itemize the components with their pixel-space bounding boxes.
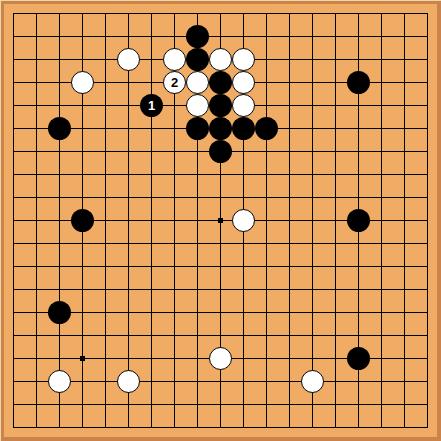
- board-intersection[interactable]: [416, 370, 439, 393]
- board-intersection[interactable]: [232, 347, 255, 370]
- board-intersection[interactable]: [393, 301, 416, 324]
- board-intersection[interactable]: [25, 393, 48, 416]
- board-intersection[interactable]: [393, 416, 416, 439]
- board-intersection[interactable]: [255, 347, 278, 370]
- board-intersection[interactable]: [416, 2, 439, 25]
- board-intersection[interactable]: [416, 301, 439, 324]
- board-intersection[interactable]: [25, 278, 48, 301]
- board-intersection[interactable]: [347, 255, 370, 278]
- board-intersection[interactable]: [25, 232, 48, 255]
- board-intersection[interactable]: [186, 370, 209, 393]
- board-intersection[interactable]: [2, 163, 25, 186]
- board-intersection[interactable]: [71, 48, 94, 71]
- board-intersection[interactable]: [416, 209, 439, 232]
- board-intersection[interactable]: [94, 324, 117, 347]
- board-intersection[interactable]: [2, 117, 25, 140]
- board-intersection[interactable]: [255, 209, 278, 232]
- board-intersection[interactable]: [416, 25, 439, 48]
- board-intersection[interactable]: [347, 416, 370, 439]
- board-intersection[interactable]: [393, 209, 416, 232]
- board-intersection[interactable]: [301, 416, 324, 439]
- board-intersection[interactable]: [25, 48, 48, 71]
- board-intersection[interactable]: [2, 370, 25, 393]
- board-intersection[interactable]: [301, 117, 324, 140]
- board-intersection[interactable]: [278, 117, 301, 140]
- board-intersection[interactable]: [416, 163, 439, 186]
- board-intersection[interactable]: [278, 48, 301, 71]
- board-intersection[interactable]: [278, 370, 301, 393]
- board-intersection[interactable]: [117, 370, 140, 393]
- board-intersection[interactable]: [117, 140, 140, 163]
- board-intersection[interactable]: [71, 94, 94, 117]
- board-intersection[interactable]: [117, 71, 140, 94]
- board-intersection[interactable]: [324, 255, 347, 278]
- board-intersection[interactable]: [163, 94, 186, 117]
- board-intersection[interactable]: [393, 186, 416, 209]
- board-intersection[interactable]: [2, 324, 25, 347]
- board-intersection[interactable]: [25, 117, 48, 140]
- board-intersection[interactable]: [232, 232, 255, 255]
- board-intersection[interactable]: 2: [163, 71, 186, 94]
- board-intersection[interactable]: [94, 94, 117, 117]
- board-intersection[interactable]: [347, 94, 370, 117]
- board-intersection[interactable]: [140, 255, 163, 278]
- board-intersection[interactable]: [209, 71, 232, 94]
- board-intersection[interactable]: [393, 94, 416, 117]
- board-intersection[interactable]: [48, 94, 71, 117]
- board-intersection[interactable]: [186, 255, 209, 278]
- board-intersection[interactable]: [163, 209, 186, 232]
- board-intersection[interactable]: [209, 255, 232, 278]
- board-intersection[interactable]: [163, 2, 186, 25]
- board-intersection[interactable]: [48, 71, 71, 94]
- board-intersection[interactable]: [71, 278, 94, 301]
- board-intersection[interactable]: [301, 2, 324, 25]
- board-intersection[interactable]: [163, 48, 186, 71]
- board-intersection[interactable]: [186, 25, 209, 48]
- board-intersection[interactable]: [301, 255, 324, 278]
- board-intersection[interactable]: [117, 163, 140, 186]
- board-intersection[interactable]: [163, 186, 186, 209]
- board-intersection[interactable]: [25, 163, 48, 186]
- board-intersection[interactable]: [48, 301, 71, 324]
- board-intersection[interactable]: [163, 140, 186, 163]
- board-intersection[interactable]: [393, 393, 416, 416]
- board-intersection[interactable]: [278, 209, 301, 232]
- board-intersection[interactable]: [278, 347, 301, 370]
- board-intersection[interactable]: [71, 186, 94, 209]
- board-intersection[interactable]: [25, 347, 48, 370]
- board-intersection[interactable]: [186, 140, 209, 163]
- board-intersection[interactable]: [232, 48, 255, 71]
- board-intersection[interactable]: [2, 255, 25, 278]
- board-intersection[interactable]: [186, 278, 209, 301]
- board-intersection[interactable]: [25, 186, 48, 209]
- board-intersection[interactable]: [186, 301, 209, 324]
- board-intersection[interactable]: [347, 209, 370, 232]
- board-intersection[interactable]: [370, 25, 393, 48]
- board-intersection[interactable]: [117, 25, 140, 48]
- board-intersection[interactable]: [163, 278, 186, 301]
- board-intersection[interactable]: [416, 186, 439, 209]
- board-intersection[interactable]: [117, 94, 140, 117]
- board-intersection[interactable]: [255, 163, 278, 186]
- board-intersection[interactable]: [278, 71, 301, 94]
- board-intersection[interactable]: [2, 94, 25, 117]
- board-intersection[interactable]: [25, 2, 48, 25]
- board-intersection[interactable]: [278, 94, 301, 117]
- board-intersection[interactable]: [347, 71, 370, 94]
- board-intersection[interactable]: [48, 48, 71, 71]
- board-intersection[interactable]: [416, 393, 439, 416]
- board-intersection[interactable]: [255, 278, 278, 301]
- board-intersection[interactable]: [255, 94, 278, 117]
- board-intersection[interactable]: [324, 25, 347, 48]
- board-intersection[interactable]: [393, 347, 416, 370]
- board-intersection[interactable]: [94, 117, 117, 140]
- board-intersection[interactable]: [140, 347, 163, 370]
- board-intersection[interactable]: [48, 186, 71, 209]
- board-intersection[interactable]: [71, 370, 94, 393]
- board-intersection[interactable]: [140, 140, 163, 163]
- board-intersection[interactable]: [163, 370, 186, 393]
- board-intersection[interactable]: [278, 163, 301, 186]
- board-intersection[interactable]: [48, 416, 71, 439]
- board-intersection[interactable]: [324, 347, 347, 370]
- board-intersection[interactable]: [117, 416, 140, 439]
- board-intersection[interactable]: [301, 232, 324, 255]
- board-intersection[interactable]: [324, 140, 347, 163]
- board-intersection[interactable]: [301, 324, 324, 347]
- board-intersection[interactable]: [370, 209, 393, 232]
- board-intersection[interactable]: [117, 301, 140, 324]
- board-intersection[interactable]: [255, 71, 278, 94]
- board-intersection[interactable]: [94, 416, 117, 439]
- board-intersection[interactable]: [301, 25, 324, 48]
- board-intersection[interactable]: [255, 370, 278, 393]
- board-intersection[interactable]: [140, 416, 163, 439]
- board-intersection[interactable]: [416, 48, 439, 71]
- board-intersection[interactable]: [416, 94, 439, 117]
- board-intersection[interactable]: [393, 25, 416, 48]
- board-intersection[interactable]: [324, 71, 347, 94]
- board-intersection[interactable]: [347, 117, 370, 140]
- board-intersection[interactable]: [117, 278, 140, 301]
- board-intersection[interactable]: [232, 209, 255, 232]
- board-intersection[interactable]: [163, 347, 186, 370]
- board-intersection[interactable]: [324, 370, 347, 393]
- board-intersection[interactable]: [48, 140, 71, 163]
- board-intersection[interactable]: [255, 140, 278, 163]
- board-intersection[interactable]: [209, 370, 232, 393]
- board-intersection[interactable]: [25, 209, 48, 232]
- board-intersection[interactable]: [370, 301, 393, 324]
- board-intersection[interactable]: [301, 186, 324, 209]
- board-intersection[interactable]: [347, 324, 370, 347]
- board-intersection[interactable]: [2, 393, 25, 416]
- board-intersection[interactable]: [186, 117, 209, 140]
- board-intersection[interactable]: [347, 2, 370, 25]
- board-intersection[interactable]: [48, 232, 71, 255]
- board-intersection[interactable]: [94, 347, 117, 370]
- board-intersection[interactable]: [393, 163, 416, 186]
- board-intersection[interactable]: [278, 140, 301, 163]
- board-intersection[interactable]: [209, 25, 232, 48]
- board-intersection[interactable]: [347, 48, 370, 71]
- board-intersection[interactable]: [25, 255, 48, 278]
- board-intersection[interactable]: [186, 71, 209, 94]
- board-intersection[interactable]: [393, 2, 416, 25]
- board-intersection[interactable]: [48, 370, 71, 393]
- board-intersection[interactable]: [416, 278, 439, 301]
- board-intersection[interactable]: [48, 163, 71, 186]
- board-intersection[interactable]: [232, 2, 255, 25]
- board-intersection[interactable]: [370, 2, 393, 25]
- board-intersection[interactable]: [71, 416, 94, 439]
- board-intersection[interactable]: [393, 370, 416, 393]
- board-intersection[interactable]: [324, 209, 347, 232]
- board-intersection[interactable]: [255, 324, 278, 347]
- board-intersection[interactable]: [140, 370, 163, 393]
- board-intersection[interactable]: [347, 232, 370, 255]
- board-intersection[interactable]: [393, 140, 416, 163]
- board-intersection[interactable]: [117, 2, 140, 25]
- board-intersection[interactable]: [94, 278, 117, 301]
- board-intersection[interactable]: [209, 393, 232, 416]
- board-intersection[interactable]: [140, 232, 163, 255]
- board-intersection[interactable]: [255, 232, 278, 255]
- board-intersection[interactable]: [393, 232, 416, 255]
- board-intersection[interactable]: [416, 416, 439, 439]
- board-intersection[interactable]: [140, 278, 163, 301]
- board-intersection[interactable]: [232, 163, 255, 186]
- board-intersection[interactable]: [278, 416, 301, 439]
- board-intersection[interactable]: [25, 25, 48, 48]
- board-intersection[interactable]: [301, 209, 324, 232]
- board-intersection[interactable]: [278, 186, 301, 209]
- board-intersection[interactable]: [255, 301, 278, 324]
- board-intersection[interactable]: [209, 416, 232, 439]
- board-intersection[interactable]: [163, 301, 186, 324]
- board-intersection[interactable]: [209, 324, 232, 347]
- board-intersection[interactable]: [71, 2, 94, 25]
- board-intersection[interactable]: [255, 2, 278, 25]
- board-intersection[interactable]: [301, 278, 324, 301]
- board-intersection[interactable]: [324, 117, 347, 140]
- board-intersection[interactable]: [232, 255, 255, 278]
- board-intersection[interactable]: [209, 48, 232, 71]
- board-intersection[interactable]: [140, 393, 163, 416]
- board-intersection[interactable]: [255, 48, 278, 71]
- board-intersection[interactable]: [2, 48, 25, 71]
- board-intersection[interactable]: [186, 2, 209, 25]
- board-intersection[interactable]: [370, 71, 393, 94]
- board-intersection[interactable]: [48, 209, 71, 232]
- board-intersection[interactable]: [163, 416, 186, 439]
- board-intersection[interactable]: [71, 163, 94, 186]
- board-intersection[interactable]: [163, 25, 186, 48]
- board-intersection[interactable]: [71, 71, 94, 94]
- board-intersection[interactable]: [71, 255, 94, 278]
- board-intersection[interactable]: [186, 393, 209, 416]
- board-intersection[interactable]: [48, 324, 71, 347]
- board-intersection[interactable]: [301, 370, 324, 393]
- board-intersection[interactable]: [393, 71, 416, 94]
- board-intersection[interactable]: [370, 117, 393, 140]
- board-intersection[interactable]: [324, 232, 347, 255]
- board-intersection[interactable]: [71, 324, 94, 347]
- board-intersection[interactable]: [416, 140, 439, 163]
- board-intersection[interactable]: [140, 71, 163, 94]
- board-intersection[interactable]: [117, 186, 140, 209]
- board-intersection[interactable]: [94, 140, 117, 163]
- board-intersection[interactable]: [140, 324, 163, 347]
- board-intersection[interactable]: [117, 255, 140, 278]
- board-intersection[interactable]: [186, 209, 209, 232]
- board-intersection[interactable]: [347, 186, 370, 209]
- board-intersection[interactable]: [301, 71, 324, 94]
- board-intersection[interactable]: [209, 209, 232, 232]
- board-intersection[interactable]: [25, 140, 48, 163]
- board-intersection[interactable]: [347, 25, 370, 48]
- board-intersection[interactable]: [416, 117, 439, 140]
- board-intersection[interactable]: [209, 140, 232, 163]
- board-intersection[interactable]: [255, 117, 278, 140]
- board-intersection[interactable]: [301, 140, 324, 163]
- board-intersection[interactable]: [278, 2, 301, 25]
- board-intersection[interactable]: [186, 324, 209, 347]
- board-intersection[interactable]: [25, 370, 48, 393]
- board-intersection[interactable]: [71, 25, 94, 48]
- board-intersection[interactable]: [140, 209, 163, 232]
- board-intersection[interactable]: [140, 117, 163, 140]
- board-intersection[interactable]: [48, 278, 71, 301]
- board-intersection[interactable]: [232, 71, 255, 94]
- board-intersection[interactable]: [140, 163, 163, 186]
- board-intersection[interactable]: [209, 301, 232, 324]
- board-intersection[interactable]: [48, 2, 71, 25]
- board-intersection[interactable]: [232, 278, 255, 301]
- board-intersection[interactable]: [163, 163, 186, 186]
- board-intersection[interactable]: [232, 117, 255, 140]
- board-intersection[interactable]: [140, 301, 163, 324]
- board-intersection[interactable]: [163, 117, 186, 140]
- board-intersection[interactable]: [209, 2, 232, 25]
- board-intersection[interactable]: [370, 186, 393, 209]
- board-intersection[interactable]: [255, 393, 278, 416]
- board-intersection[interactable]: [71, 301, 94, 324]
- board-intersection[interactable]: [94, 163, 117, 186]
- board-intersection[interactable]: [25, 94, 48, 117]
- board-intersection[interactable]: [393, 278, 416, 301]
- board-intersection[interactable]: [71, 140, 94, 163]
- board-intersection[interactable]: [140, 2, 163, 25]
- board-intersection[interactable]: [416, 324, 439, 347]
- board-intersection[interactable]: [416, 71, 439, 94]
- board-intersection[interactable]: [48, 393, 71, 416]
- board-intersection[interactable]: [347, 301, 370, 324]
- board-intersection[interactable]: [347, 347, 370, 370]
- board-intersection[interactable]: [278, 255, 301, 278]
- board-intersection[interactable]: [232, 25, 255, 48]
- board-intersection[interactable]: [347, 393, 370, 416]
- board-intersection[interactable]: [48, 255, 71, 278]
- board-intersection[interactable]: [232, 301, 255, 324]
- board-intersection[interactable]: [347, 370, 370, 393]
- board-intersection[interactable]: [255, 186, 278, 209]
- board-intersection[interactable]: [324, 393, 347, 416]
- board-intersection[interactable]: [393, 324, 416, 347]
- board-intersection[interactable]: [278, 25, 301, 48]
- board-intersection[interactable]: [186, 416, 209, 439]
- board-intersection[interactable]: [209, 186, 232, 209]
- board-intersection[interactable]: [94, 255, 117, 278]
- board-intersection[interactable]: [255, 255, 278, 278]
- board-intersection[interactable]: [232, 94, 255, 117]
- board-intersection[interactable]: [186, 186, 209, 209]
- board-intersection[interactable]: [71, 393, 94, 416]
- board-intersection[interactable]: [301, 347, 324, 370]
- board-intersection[interactable]: [393, 117, 416, 140]
- board-intersection[interactable]: [163, 255, 186, 278]
- board-intersection[interactable]: [94, 186, 117, 209]
- board-intersection[interactable]: [140, 25, 163, 48]
- board-intersection[interactable]: [324, 416, 347, 439]
- board-intersection[interactable]: [25, 71, 48, 94]
- board-intersection[interactable]: [324, 2, 347, 25]
- board-intersection[interactable]: [2, 232, 25, 255]
- board-intersection[interactable]: [2, 2, 25, 25]
- board-intersection[interactable]: [324, 186, 347, 209]
- board-intersection[interactable]: [94, 232, 117, 255]
- board-intersection[interactable]: [301, 48, 324, 71]
- board-intersection[interactable]: [117, 393, 140, 416]
- board-intersection[interactable]: [71, 232, 94, 255]
- board-intersection[interactable]: [186, 347, 209, 370]
- board-intersection[interactable]: [117, 117, 140, 140]
- board-intersection[interactable]: [25, 416, 48, 439]
- board-intersection[interactable]: [370, 324, 393, 347]
- board-intersection[interactable]: [94, 25, 117, 48]
- board-intersection[interactable]: [370, 393, 393, 416]
- board-intersection[interactable]: [186, 94, 209, 117]
- board-intersection[interactable]: [232, 393, 255, 416]
- board-intersection[interactable]: [370, 278, 393, 301]
- board-intersection[interactable]: [163, 232, 186, 255]
- board-intersection[interactable]: [2, 140, 25, 163]
- board-intersection[interactable]: [2, 347, 25, 370]
- board-intersection[interactable]: [71, 347, 94, 370]
- board-intersection[interactable]: [2, 278, 25, 301]
- board-intersection[interactable]: [48, 347, 71, 370]
- board-intersection[interactable]: [209, 347, 232, 370]
- board-intersection[interactable]: [347, 163, 370, 186]
- board-intersection[interactable]: [278, 278, 301, 301]
- board-intersection[interactable]: [324, 301, 347, 324]
- board-intersection[interactable]: [48, 117, 71, 140]
- board-intersection[interactable]: [209, 163, 232, 186]
- board-intersection[interactable]: [324, 94, 347, 117]
- board-intersection[interactable]: [163, 393, 186, 416]
- board-intersection[interactable]: [278, 393, 301, 416]
- board-intersection[interactable]: [48, 25, 71, 48]
- board-intersection[interactable]: [163, 324, 186, 347]
- board-intersection[interactable]: [117, 347, 140, 370]
- board-intersection[interactable]: [140, 48, 163, 71]
- board-intersection[interactable]: [25, 301, 48, 324]
- board-intersection[interactable]: [370, 416, 393, 439]
- board-intersection[interactable]: [232, 370, 255, 393]
